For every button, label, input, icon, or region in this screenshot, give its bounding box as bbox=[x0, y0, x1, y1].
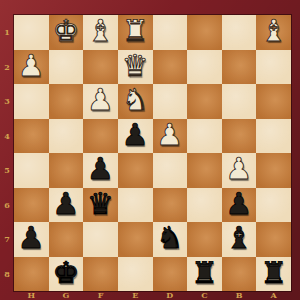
square-c1[interactable] bbox=[187, 15, 222, 50]
square-a6[interactable] bbox=[256, 188, 291, 223]
white-queen-e2: ♛ bbox=[122, 51, 149, 81]
square-b4[interactable] bbox=[222, 119, 257, 154]
square-c8[interactable]: ♜ bbox=[187, 257, 222, 292]
square-c5[interactable] bbox=[187, 153, 222, 188]
square-h1[interactable] bbox=[14, 15, 49, 50]
rank-label-1: 1 bbox=[0, 15, 14, 50]
rank-label-3: 3 bbox=[0, 84, 14, 119]
square-g7[interactable] bbox=[49, 222, 84, 257]
rank-label-4: 4 bbox=[0, 119, 14, 154]
file-label-d: D bbox=[153, 291, 188, 300]
square-a4[interactable] bbox=[256, 119, 291, 154]
square-g2[interactable] bbox=[49, 50, 84, 85]
square-a8[interactable]: ♜ bbox=[256, 257, 291, 292]
square-e3[interactable]: ♞ bbox=[118, 84, 153, 119]
square-c3[interactable] bbox=[187, 84, 222, 119]
rank-label-7: 7 bbox=[0, 222, 14, 257]
file-label-g: G bbox=[49, 291, 84, 300]
square-a5[interactable] bbox=[256, 153, 291, 188]
square-e2[interactable]: ♛ bbox=[118, 50, 153, 85]
square-a2[interactable] bbox=[256, 50, 291, 85]
square-d6[interactable] bbox=[153, 188, 188, 223]
square-e4[interactable]: ♟ bbox=[118, 119, 153, 154]
square-e5[interactable] bbox=[118, 153, 153, 188]
board-grid: ♚♝♜♝♟♛♟♞♟♟♟♟♟♛♟♟♞♝♚♜♜ bbox=[14, 15, 291, 291]
square-f3[interactable]: ♟ bbox=[83, 84, 118, 119]
square-g6[interactable]: ♟ bbox=[49, 188, 84, 223]
square-h2[interactable]: ♟ bbox=[14, 50, 49, 85]
black-queen-f6: ♛ bbox=[87, 189, 114, 219]
square-g4[interactable] bbox=[49, 119, 84, 154]
white-pawn-h2: ♟ bbox=[18, 51, 45, 81]
file-labels: HGFEDCBA bbox=[14, 291, 291, 300]
black-pawn-h7: ♟ bbox=[18, 223, 45, 253]
square-d7[interactable]: ♞ bbox=[153, 222, 188, 257]
black-knight-d7: ♞ bbox=[156, 223, 183, 253]
square-c7[interactable] bbox=[187, 222, 222, 257]
square-b2[interactable] bbox=[222, 50, 257, 85]
square-f1[interactable]: ♝ bbox=[83, 15, 118, 50]
square-d3[interactable] bbox=[153, 84, 188, 119]
square-g1[interactable]: ♚ bbox=[49, 15, 84, 50]
square-c4[interactable] bbox=[187, 119, 222, 154]
square-f2[interactable] bbox=[83, 50, 118, 85]
black-rook-c8: ♜ bbox=[191, 258, 218, 288]
white-king-g1: ♚ bbox=[52, 16, 79, 46]
square-f8[interactable] bbox=[83, 257, 118, 292]
file-label-h: H bbox=[14, 291, 49, 300]
square-b1[interactable] bbox=[222, 15, 257, 50]
black-bishop-b7: ♝ bbox=[226, 223, 253, 253]
square-d4[interactable]: ♟ bbox=[153, 119, 188, 154]
white-bishop-f1: ♝ bbox=[87, 16, 114, 46]
square-f7[interactable] bbox=[83, 222, 118, 257]
square-a1[interactable]: ♝ bbox=[256, 15, 291, 50]
square-f4[interactable] bbox=[83, 119, 118, 154]
white-knight-e3: ♞ bbox=[122, 85, 149, 115]
square-a7[interactable] bbox=[256, 222, 291, 257]
chess-board: 12345678 HGFEDCBA ♚♝♜♝♟♛♟♞♟♟♟♟♟♛♟♟♞♝♚♜♜ bbox=[0, 0, 300, 300]
rank-label-5: 5 bbox=[0, 153, 14, 188]
square-f6[interactable]: ♛ bbox=[83, 188, 118, 223]
square-g8[interactable]: ♚ bbox=[49, 257, 84, 292]
square-g5[interactable] bbox=[49, 153, 84, 188]
square-b7[interactable]: ♝ bbox=[222, 222, 257, 257]
square-h6[interactable] bbox=[14, 188, 49, 223]
black-pawn-f5: ♟ bbox=[87, 154, 114, 184]
rank-label-2: 2 bbox=[0, 50, 14, 85]
square-h8[interactable] bbox=[14, 257, 49, 292]
square-d1[interactable] bbox=[153, 15, 188, 50]
file-label-c: C bbox=[187, 291, 222, 300]
rank-labels: 12345678 bbox=[0, 15, 14, 291]
square-g3[interactable] bbox=[49, 84, 84, 119]
square-h4[interactable] bbox=[14, 119, 49, 154]
file-label-b: B bbox=[222, 291, 257, 300]
square-h3[interactable] bbox=[14, 84, 49, 119]
file-label-e: E bbox=[118, 291, 153, 300]
white-rook-e1: ♜ bbox=[122, 16, 149, 46]
square-e1[interactable]: ♜ bbox=[118, 15, 153, 50]
black-pawn-b6: ♟ bbox=[226, 189, 253, 219]
black-king-g8: ♚ bbox=[52, 258, 79, 288]
square-b8[interactable] bbox=[222, 257, 257, 292]
square-d2[interactable] bbox=[153, 50, 188, 85]
white-bishop-a1: ♝ bbox=[260, 16, 287, 46]
rank-label-6: 6 bbox=[0, 188, 14, 223]
rank-label-8: 8 bbox=[0, 257, 14, 292]
square-c2[interactable] bbox=[187, 50, 222, 85]
square-a3[interactable] bbox=[256, 84, 291, 119]
square-h5[interactable] bbox=[14, 153, 49, 188]
black-pawn-e4: ♟ bbox=[122, 120, 149, 150]
square-b5[interactable]: ♟ bbox=[222, 153, 257, 188]
square-b6[interactable]: ♟ bbox=[222, 188, 257, 223]
file-label-f: F bbox=[83, 291, 118, 300]
black-pawn-g6: ♟ bbox=[52, 189, 79, 219]
file-label-a: A bbox=[256, 291, 291, 300]
square-f5[interactable]: ♟ bbox=[83, 153, 118, 188]
square-e8[interactable] bbox=[118, 257, 153, 292]
white-pawn-d4: ♟ bbox=[156, 120, 183, 150]
square-e6[interactable] bbox=[118, 188, 153, 223]
square-e7[interactable] bbox=[118, 222, 153, 257]
square-d5[interactable] bbox=[153, 153, 188, 188]
square-b3[interactable] bbox=[222, 84, 257, 119]
square-h7[interactable]: ♟ bbox=[14, 222, 49, 257]
white-pawn-f3: ♟ bbox=[87, 85, 114, 115]
square-c6[interactable] bbox=[187, 188, 222, 223]
black-rook-a8: ♜ bbox=[260, 258, 287, 288]
white-pawn-b5: ♟ bbox=[226, 154, 253, 184]
square-d8[interactable] bbox=[153, 257, 188, 292]
